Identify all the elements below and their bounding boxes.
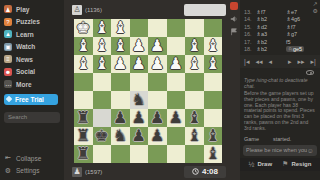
black-move[interactable]: f5 xyxy=(286,39,316,45)
play-icon: ♟ xyxy=(4,5,12,13)
white-pawn[interactable]: ♟ xyxy=(132,37,146,55)
square[interactable] xyxy=(130,145,149,163)
forward-button[interactable]: ▸ xyxy=(287,58,293,66)
move-list: 13.♗f7♗e714.♗b2♗4g615.♗d2♗f716.♗a3♗g717.… xyxy=(240,0,320,55)
square[interactable]: ♝ xyxy=(204,145,223,163)
black-pawn[interactable]: ♟ xyxy=(169,109,183,127)
sidebar-item-label: Social xyxy=(16,68,35,75)
square[interactable] xyxy=(130,73,149,91)
resign-button[interactable]: ⚑ Resign xyxy=(282,160,311,168)
white-bishop[interactable]: ♝ xyxy=(113,37,127,55)
white-bishop[interactable]: ♝ xyxy=(95,55,109,73)
square[interactable] xyxy=(167,91,186,109)
square[interactable] xyxy=(111,145,130,163)
white-bishop[interactable]: ♝ xyxy=(76,37,90,55)
black-rook[interactable]: ♜ xyxy=(76,145,90,163)
resign-flag-icon: ⚑ xyxy=(282,160,288,168)
move-row: 15.♗d2♗f7 xyxy=(244,23,316,31)
white-move[interactable]: ♗f7 xyxy=(256,9,286,15)
black-bishop[interactable]: ♝ xyxy=(206,145,220,163)
black-pawn[interactable]: ♟ xyxy=(150,127,164,145)
move-row: 17.♗b2f5 xyxy=(244,38,316,46)
white-clock xyxy=(184,4,226,16)
panel-gear-icon[interactable]: ⚙ xyxy=(313,8,318,14)
white-pawn[interactable]: ♟ xyxy=(169,55,183,73)
collapse-icon: ⇤ xyxy=(4,154,12,162)
square[interactable] xyxy=(204,19,223,37)
sidebar-item-puzzles[interactable]: ?Puzzles xyxy=(4,16,64,29)
move-number: 18. xyxy=(244,46,256,52)
move-number: 15. xyxy=(244,24,256,30)
chat-hint-text: Type /sing-chat to deactivate chat. xyxy=(240,76,320,90)
draw-icon: ½ xyxy=(249,161,255,168)
square[interactable]: ♝ xyxy=(204,127,223,145)
square[interactable] xyxy=(204,109,223,127)
square[interactable]: ♞ xyxy=(130,91,149,109)
black-knight[interactable]: ♞ xyxy=(132,91,146,109)
learn-icon: ▲ xyxy=(4,30,12,38)
square[interactable] xyxy=(93,109,112,127)
black-bishop[interactable]: ♝ xyxy=(187,127,201,145)
board-area: ♙ (1136) ♚♝♝♝♝♝♟♟♝♝♝♝♟♟♟♟♝♝♞♜♟♟♟♟♝♜♚♞♟♟♝… xyxy=(64,0,228,180)
chat-input-wrap: ☺ xyxy=(243,145,317,156)
square[interactable] xyxy=(204,91,223,109)
black-clock: 4:08 xyxy=(184,166,226,178)
black-knight[interactable]: ♞ xyxy=(113,127,127,145)
chat-log: Game started. xyxy=(240,133,320,145)
square[interactable]: ♝ xyxy=(93,55,112,73)
back-fast-button[interactable]: ◂◂ xyxy=(254,58,263,66)
square[interactable] xyxy=(111,91,130,109)
sidebar-item-social[interactable]: ☻Social xyxy=(4,66,64,79)
white-bishop[interactable]: ♝ xyxy=(76,55,90,73)
sidebar-item-play[interactable]: ♟Play xyxy=(4,3,64,16)
black-pawn[interactable]: ♟ xyxy=(113,109,127,127)
square[interactable] xyxy=(93,73,112,91)
eye-icon[interactable] xyxy=(306,70,314,75)
square[interactable] xyxy=(185,145,204,163)
square[interactable]: ♟ xyxy=(111,109,130,127)
white-pawn[interactable]: ♟ xyxy=(150,37,164,55)
square[interactable]: ♟ xyxy=(148,55,167,73)
move-row: 14.♗b2♗4g6 xyxy=(244,16,316,24)
black-rook[interactable]: ♜ xyxy=(76,109,90,127)
more-icon: ⋯ xyxy=(4,80,12,88)
black-rook[interactable]: ♜ xyxy=(76,127,90,145)
square[interactable] xyxy=(148,73,167,91)
settings-button[interactable]: ⚙ Settings xyxy=(4,165,64,178)
sidebar-item-label: News xyxy=(16,56,33,63)
square[interactable]: ♟ xyxy=(130,127,149,145)
forward-fast-button[interactable]: ▸▸ xyxy=(297,58,306,66)
white-pawn[interactable]: ♟ xyxy=(113,55,127,73)
move-navigation: |◂◂◂◂▸▸▸▸| xyxy=(240,55,320,68)
chess-board[interactable]: ♚♝♝♝♝♝♟♟♝♝♝♝♟♟♟♟♝♝♞♜♟♟♟♟♝♜♚♞♟♟♝♝♜♝ xyxy=(74,19,222,163)
board-side-toolbar xyxy=(228,0,240,180)
square[interactable]: ♟ xyxy=(148,127,167,145)
white-move[interactable]: ♗d2 xyxy=(256,24,286,30)
move-number: 13. xyxy=(244,9,256,15)
white-bishop[interactable]: ♝ xyxy=(206,37,220,55)
gear-icon: ⚙ xyxy=(4,167,12,175)
chat-input[interactable] xyxy=(246,147,307,153)
toggle-visibility-row xyxy=(240,68,320,76)
sidebar-item-label: Puzzles xyxy=(16,18,40,25)
bottom-player-avatar[interactable]: ♟ xyxy=(72,167,82,177)
variant-description: Before the game players set up their pie… xyxy=(240,90,320,133)
go-start-button[interactable]: |◂ xyxy=(243,58,250,66)
black-bishop[interactable]: ♝ xyxy=(187,109,201,127)
square[interactable] xyxy=(148,145,167,163)
popout-icon[interactable]: ↗ xyxy=(313,1,318,7)
sidebar-item-label: Watch xyxy=(16,43,35,50)
black-move[interactable]: ♗f7 xyxy=(286,24,316,30)
speaker-icon[interactable] xyxy=(230,15,238,23)
black-pawn[interactable]: ♟ xyxy=(132,127,146,145)
black-move[interactable]: ♗g7 xyxy=(286,31,316,37)
white-move[interactable]: ♗a3 xyxy=(256,31,286,37)
bottom-player-bar: ♟ (1597) 4:08 xyxy=(64,163,228,180)
move-number: 16. xyxy=(244,31,256,37)
square[interactable]: ♚ xyxy=(74,19,93,37)
black-move[interactable]: ♗4g6 xyxy=(286,16,316,22)
square[interactable]: ♞ xyxy=(111,127,130,145)
top-player-avatar[interactable]: ♙ xyxy=(72,5,82,15)
top-player-bar: ♙ (1136) xyxy=(64,0,228,19)
square[interactable]: ♟ xyxy=(111,55,130,73)
square[interactable] xyxy=(167,127,186,145)
white-move[interactable]: ♗b2 xyxy=(256,46,286,52)
white-pawn[interactable]: ♟ xyxy=(150,55,164,73)
square[interactable] xyxy=(74,73,93,91)
square[interactable]: ♟ xyxy=(130,109,149,127)
sidebar-item-more[interactable]: ⋯More xyxy=(4,78,64,91)
sidebar-item-news[interactable]: ≡News xyxy=(4,53,64,66)
sidebar-item-label: Play xyxy=(16,6,29,13)
watch-icon: ▣ xyxy=(4,43,12,51)
square[interactable] xyxy=(204,73,223,91)
square[interactable]: ♝ xyxy=(111,19,130,37)
square[interactable]: ♜ xyxy=(74,109,93,127)
sidebar-item-learn[interactable]: ▲Learn xyxy=(4,28,64,41)
white-bishop[interactable]: ♝ xyxy=(206,55,220,73)
square[interactable] xyxy=(185,73,204,91)
square[interactable] xyxy=(167,19,186,37)
black-king[interactable]: ♚ xyxy=(95,127,109,145)
square[interactable]: ♝ xyxy=(204,37,223,55)
black-pawn[interactable]: ♟ xyxy=(132,109,146,127)
white-bishop[interactable]: ♝ xyxy=(95,19,109,37)
square[interactable]: ♟ xyxy=(148,109,167,127)
square[interactable]: ♝ xyxy=(74,37,93,55)
black-move[interactable]: ♘ge5 xyxy=(286,46,316,52)
square[interactable]: ♝ xyxy=(111,37,130,55)
square[interactable] xyxy=(167,145,186,163)
square[interactable]: ♟ xyxy=(167,109,186,127)
draw-button[interactable]: ½ Draw xyxy=(249,161,273,168)
black-bishop[interactable]: ♝ xyxy=(206,127,220,145)
square[interactable]: ♟ xyxy=(130,55,149,73)
sidebar-item-label: Learn xyxy=(16,31,34,38)
square[interactable]: ♜ xyxy=(74,145,93,163)
white-king[interactable]: ♚ xyxy=(76,19,90,37)
app-window: ♟Play?Puzzles▲Learn▣Watch≡News☻Social⋯Mo… xyxy=(0,0,320,180)
square[interactable] xyxy=(93,91,112,109)
square[interactable]: ♝ xyxy=(185,109,204,127)
move-row: 16.♗a3♗g7 xyxy=(244,31,316,39)
black-pawn[interactable]: ♟ xyxy=(150,109,164,127)
square[interactable]: ♝ xyxy=(185,127,204,145)
free-trial-button[interactable]: Free Trial xyxy=(4,94,58,105)
emoji-icon[interactable]: ☺ xyxy=(307,147,314,154)
square[interactable] xyxy=(148,19,167,37)
square[interactable]: ♟ xyxy=(148,37,167,55)
bottom-player-rating: (1597) xyxy=(85,169,102,175)
square[interactable]: ♜ xyxy=(74,127,93,145)
square[interactable]: ♝ xyxy=(74,55,93,73)
focus-mode-icon[interactable] xyxy=(230,2,238,10)
square[interactable]: ♝ xyxy=(185,55,204,73)
square[interactable]: ♝ xyxy=(204,55,223,73)
black-move[interactable]: ♗e7 xyxy=(286,9,316,15)
square[interactable] xyxy=(167,73,186,91)
chat-log-entry: Game xyxy=(244,136,259,142)
square[interactable]: ♝ xyxy=(93,19,112,37)
sidebar-item-watch[interactable]: ▣Watch xyxy=(4,41,64,54)
game-actions-bar: ½ Draw ⚑ Resign xyxy=(240,158,320,171)
move-number: 17. xyxy=(244,39,256,45)
move-number: 14. xyxy=(244,16,256,22)
square[interactable]: ♟ xyxy=(167,55,186,73)
square[interactable]: ♝ xyxy=(185,37,204,55)
go-end-button[interactable]: ▸| xyxy=(310,58,317,66)
white-bishop[interactable]: ♝ xyxy=(95,37,109,55)
top-player-rating: (1136) xyxy=(85,7,102,13)
white-move[interactable]: ♗b2 xyxy=(256,39,286,45)
puzzles-icon: ? xyxy=(4,18,12,26)
collapse-button[interactable]: ⇤ Collapse xyxy=(4,152,64,165)
white-bishop[interactable]: ♝ xyxy=(187,55,201,73)
square[interactable] xyxy=(93,145,112,163)
square[interactable]: ♝ xyxy=(93,37,112,55)
square[interactable]: ♚ xyxy=(93,127,112,145)
white-bishop[interactable]: ♝ xyxy=(187,37,201,55)
current-move[interactable]: ♘ge5 xyxy=(286,46,304,52)
square[interactable] xyxy=(185,19,204,37)
white-pawn[interactable]: ♟ xyxy=(132,55,146,73)
white-bishop[interactable]: ♝ xyxy=(113,19,127,37)
clock-icon xyxy=(192,168,199,175)
square[interactable]: ♟ xyxy=(130,37,149,55)
news-icon: ≡ xyxy=(4,55,12,63)
search-input[interactable] xyxy=(4,112,60,123)
square[interactable] xyxy=(74,91,93,109)
chat-log-entry: started. xyxy=(273,136,291,142)
sidebar: ♟Play?Puzzles▲Learn▣Watch≡News☻Social⋯Mo… xyxy=(0,0,64,180)
square[interactable] xyxy=(185,91,204,109)
move-row: 18.♗b2♘ge5 xyxy=(244,46,316,54)
diamond-icon xyxy=(6,96,13,103)
back-button[interactable]: ◂ xyxy=(267,58,273,66)
square[interactable] xyxy=(167,37,186,55)
free-trial-label: Free Trial xyxy=(15,96,44,103)
flag-icon[interactable] xyxy=(230,28,238,36)
sidebar-bottom: ⇤ Collapse ⚙ Settings xyxy=(4,152,64,177)
social-icon: ☻ xyxy=(4,68,12,76)
square[interactable] xyxy=(130,19,149,37)
sidebar-menu: ♟Play?Puzzles▲Learn▣Watch≡News☻Social⋯Mo… xyxy=(4,3,64,91)
square[interactable] xyxy=(148,91,167,109)
panel-corner-icons: ↗ ⚙ xyxy=(313,1,318,14)
sidebar-item-label: More xyxy=(16,81,32,88)
game-panel: ↗ ⚙ 13.♗f7♗e714.♗b2♗4g615.♗d2♗f716.♗a3♗g… xyxy=(240,0,320,180)
square[interactable] xyxy=(111,73,130,91)
move-row: 13.♗f7♗e7 xyxy=(244,8,316,16)
white-move[interactable]: ♗b2 xyxy=(256,16,286,22)
